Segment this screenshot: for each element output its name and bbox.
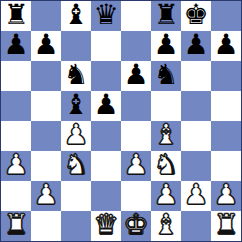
square-c1[interactable] (61, 211, 91, 241)
square-a2[interactable] (1, 181, 31, 211)
piece-black-knight[interactable]: ♞ (153, 61, 178, 89)
square-g3[interactable] (181, 151, 211, 181)
piece-black-pawn[interactable]: ♟ (183, 31, 208, 59)
piece-black-bishop[interactable]: ♝ (63, 1, 88, 29)
square-h6[interactable] (211, 61, 241, 91)
piece-black-pawn[interactable]: ♟ (33, 31, 58, 59)
piece-black-pawn[interactable]: ♟ (153, 31, 178, 59)
square-a5[interactable] (1, 91, 31, 121)
square-f6[interactable]: ♞ (151, 61, 181, 91)
square-b4[interactable] (31, 121, 61, 151)
piece-black-rook[interactable]: ♜ (3, 1, 28, 29)
chess-board: ♜♝♛♜♚♟♟♟♟♟♞♟♞♝♟♟♝♟♞♟♞♟♟♟♟♜♛♚♝♜ (0, 0, 242, 242)
piece-white-bishop[interactable]: ♝ (153, 121, 178, 149)
square-e2[interactable] (121, 181, 151, 211)
square-e1[interactable]: ♚ (121, 211, 151, 241)
piece-white-pawn[interactable]: ♟ (33, 181, 58, 209)
square-c5[interactable]: ♝ (61, 91, 91, 121)
square-f5[interactable] (151, 91, 181, 121)
square-h2[interactable]: ♟ (211, 181, 241, 211)
piece-white-queen[interactable]: ♛ (93, 211, 118, 239)
square-g7[interactable]: ♟ (181, 31, 211, 61)
square-e3[interactable]: ♟ (121, 151, 151, 181)
piece-black-rook[interactable]: ♜ (153, 1, 178, 29)
piece-white-king[interactable]: ♚ (123, 211, 148, 239)
piece-white-pawn[interactable]: ♟ (183, 181, 208, 209)
square-g2[interactable]: ♟ (181, 181, 211, 211)
square-a1[interactable]: ♜ (1, 211, 31, 241)
square-e6[interactable]: ♟ (121, 61, 151, 91)
square-d1[interactable]: ♛ (91, 211, 121, 241)
square-h8[interactable] (211, 1, 241, 31)
square-g8[interactable]: ♚ (181, 1, 211, 31)
square-f2[interactable]: ♟ (151, 181, 181, 211)
square-g5[interactable] (181, 91, 211, 121)
square-h4[interactable] (211, 121, 241, 151)
square-c4[interactable]: ♟ (61, 121, 91, 151)
square-b1[interactable] (31, 211, 61, 241)
piece-white-pawn[interactable]: ♟ (153, 181, 178, 209)
square-f8[interactable]: ♜ (151, 1, 181, 31)
square-g4[interactable] (181, 121, 211, 151)
square-e8[interactable] (121, 1, 151, 31)
square-b6[interactable] (31, 61, 61, 91)
square-d8[interactable]: ♛ (91, 1, 121, 31)
piece-white-knight[interactable]: ♞ (153, 151, 178, 179)
square-f3[interactable]: ♞ (151, 151, 181, 181)
square-h7[interactable]: ♟ (211, 31, 241, 61)
piece-black-knight[interactable]: ♞ (63, 61, 88, 89)
square-c7[interactable] (61, 31, 91, 61)
piece-white-rook[interactable]: ♜ (3, 211, 28, 239)
square-a3[interactable]: ♟ (1, 151, 31, 181)
square-a4[interactable] (1, 121, 31, 151)
square-c8[interactable]: ♝ (61, 1, 91, 31)
square-b7[interactable]: ♟ (31, 31, 61, 61)
piece-black-bishop[interactable]: ♝ (63, 91, 88, 119)
square-b3[interactable] (31, 151, 61, 181)
piece-black-king[interactable]: ♚ (183, 1, 208, 29)
square-f7[interactable]: ♟ (151, 31, 181, 61)
square-a7[interactable]: ♟ (1, 31, 31, 61)
square-d2[interactable] (91, 181, 121, 211)
square-e4[interactable] (121, 121, 151, 151)
square-c2[interactable] (61, 181, 91, 211)
piece-white-knight[interactable]: ♞ (63, 151, 88, 179)
square-d3[interactable] (91, 151, 121, 181)
piece-black-queen[interactable]: ♛ (93, 1, 118, 29)
square-b5[interactable] (31, 91, 61, 121)
piece-white-pawn[interactable]: ♟ (213, 181, 238, 209)
piece-white-rook[interactable]: ♜ (213, 211, 238, 239)
piece-black-pawn[interactable]: ♟ (123, 61, 148, 89)
square-d7[interactable] (91, 31, 121, 61)
piece-white-pawn[interactable]: ♟ (63, 121, 88, 149)
square-d5[interactable]: ♟ (91, 91, 121, 121)
square-b2[interactable]: ♟ (31, 181, 61, 211)
square-c6[interactable]: ♞ (61, 61, 91, 91)
square-f4[interactable]: ♝ (151, 121, 181, 151)
piece-black-pawn[interactable]: ♟ (93, 91, 118, 119)
square-e5[interactable] (121, 91, 151, 121)
piece-white-pawn[interactable]: ♟ (123, 151, 148, 179)
square-c3[interactable]: ♞ (61, 151, 91, 181)
square-h3[interactable] (211, 151, 241, 181)
square-d4[interactable] (91, 121, 121, 151)
square-g1[interactable] (181, 211, 211, 241)
square-f1[interactable]: ♝ (151, 211, 181, 241)
square-h5[interactable] (211, 91, 241, 121)
square-a6[interactable] (1, 61, 31, 91)
square-e7[interactable] (121, 31, 151, 61)
piece-black-pawn[interactable]: ♟ (3, 31, 28, 59)
square-b8[interactable] (31, 1, 61, 31)
square-d6[interactable] (91, 61, 121, 91)
piece-white-bishop[interactable]: ♝ (153, 211, 178, 239)
square-a8[interactable]: ♜ (1, 1, 31, 31)
piece-black-pawn[interactable]: ♟ (213, 31, 238, 59)
square-h1[interactable]: ♜ (211, 211, 241, 241)
piece-white-pawn[interactable]: ♟ (3, 151, 28, 179)
square-g6[interactable] (181, 61, 211, 91)
